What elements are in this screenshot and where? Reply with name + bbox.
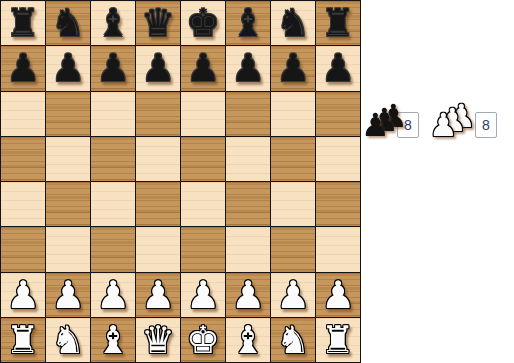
square-a6[interactable] [1, 92, 45, 136]
square-a8[interactable]: ♜ [1, 1, 45, 45]
square-c1[interactable]: ♝ [91, 318, 135, 362]
square-b2[interactable]: ♟ [46, 273, 90, 317]
square-e8[interactable]: ♚ [181, 1, 225, 45]
piece-white-bishop-c1[interactable]: ♝ [96, 321, 130, 359]
square-a7[interactable]: ♟ [1, 46, 45, 90]
piece-black-rook-a8[interactable]: ♜ [6, 4, 40, 42]
square-b8[interactable]: ♞ [46, 1, 90, 45]
piece-white-king-e1[interactable]: ♚ [186, 321, 220, 359]
square-b5[interactable] [46, 137, 90, 181]
white-pawns-cluster-icon: ♟ ♟ ♟ [429, 100, 471, 152]
square-c3[interactable] [91, 227, 135, 271]
square-c6[interactable] [91, 92, 135, 136]
piece-black-pawn-g7[interactable]: ♟ [276, 49, 310, 87]
piece-white-pawn-h2[interactable]: ♟ [321, 276, 355, 314]
square-b3[interactable] [46, 227, 90, 271]
piece-black-pawn-c7[interactable]: ♟ [96, 49, 130, 87]
white-pawn-count-value: 8 [482, 117, 490, 133]
square-a4[interactable] [1, 182, 45, 226]
square-h7[interactable]: ♟ [316, 46, 360, 90]
square-d2[interactable]: ♟ [136, 273, 180, 317]
piece-white-pawn-g2[interactable]: ♟ [276, 276, 310, 314]
square-h5[interactable] [316, 137, 360, 181]
piece-black-pawn-h7[interactable]: ♟ [321, 49, 355, 87]
piece-black-pawn-e7[interactable]: ♟ [186, 49, 220, 87]
square-d3[interactable] [136, 227, 180, 271]
square-f3[interactable] [226, 227, 270, 271]
square-e5[interactable] [181, 137, 225, 181]
piece-black-knight-g8[interactable]: ♞ [276, 4, 310, 42]
square-f4[interactable] [226, 182, 270, 226]
square-h4[interactable] [316, 182, 360, 226]
piece-black-bishop-f8[interactable]: ♝ [231, 4, 265, 42]
square-h6[interactable] [316, 92, 360, 136]
square-f7[interactable]: ♟ [226, 46, 270, 90]
piece-white-queen-d1[interactable]: ♛ [141, 321, 175, 359]
piece-white-rook-a1[interactable]: ♜ [6, 321, 40, 359]
square-e4[interactable] [181, 182, 225, 226]
square-a1[interactable]: ♜ [1, 318, 45, 362]
piece-black-bishop-c8[interactable]: ♝ [96, 4, 130, 42]
square-e7[interactable]: ♟ [181, 46, 225, 90]
piece-black-pawn-a7[interactable]: ♟ [6, 49, 40, 87]
piece-black-pawn-b7[interactable]: ♟ [51, 49, 85, 87]
piece-white-knight-g1[interactable]: ♞ [276, 321, 310, 359]
square-c7[interactable]: ♟ [91, 46, 135, 90]
square-h1[interactable]: ♜ [316, 318, 360, 362]
white-pawn-count-field[interactable]: 8 [475, 112, 497, 138]
square-h2[interactable]: ♟ [316, 273, 360, 317]
square-e3[interactable] [181, 227, 225, 271]
square-c5[interactable] [91, 137, 135, 181]
square-g1[interactable]: ♞ [271, 318, 315, 362]
square-g3[interactable] [271, 227, 315, 271]
piece-white-pawn-e2[interactable]: ♟ [186, 276, 220, 314]
square-e2[interactable]: ♟ [181, 273, 225, 317]
square-d6[interactable] [136, 92, 180, 136]
piece-black-pawn-f7[interactable]: ♟ [231, 49, 265, 87]
piece-black-pawn-d7[interactable]: ♟ [141, 49, 175, 87]
piece-white-pawn-d2[interactable]: ♟ [141, 276, 175, 314]
square-d4[interactable] [136, 182, 180, 226]
piece-white-rook-h1[interactable]: ♜ [321, 321, 355, 359]
square-b7[interactable]: ♟ [46, 46, 90, 90]
square-f5[interactable] [226, 137, 270, 181]
black-pawns-cluster-icon: ♟ ♟ ♟ [361, 100, 403, 152]
piece-black-rook-h8[interactable]: ♜ [321, 4, 355, 42]
square-g4[interactable] [271, 182, 315, 226]
square-d7[interactable]: ♟ [136, 46, 180, 90]
square-c4[interactable] [91, 182, 135, 226]
square-c2[interactable]: ♟ [91, 273, 135, 317]
piece-white-pawn-a2[interactable]: ♟ [6, 276, 40, 314]
square-a3[interactable] [1, 227, 45, 271]
square-f1[interactable]: ♝ [226, 318, 270, 362]
chess-app-window: ♜♞♝♛♚♝♞♜♟♟♟♟♟♟♟♟♟♟♟♟♟♟♟♟♜♞♝♛♚♝♞♜ ♟ ♟ ♟ 8… [0, 0, 514, 363]
square-a2[interactable]: ♟ [1, 273, 45, 317]
square-g7[interactable]: ♟ [271, 46, 315, 90]
square-b6[interactable] [46, 92, 90, 136]
square-d5[interactable] [136, 137, 180, 181]
square-g8[interactable]: ♞ [271, 1, 315, 45]
square-b1[interactable]: ♞ [46, 318, 90, 362]
square-c8[interactable]: ♝ [91, 1, 135, 45]
piece-black-king-e8[interactable]: ♚ [186, 4, 220, 42]
square-h3[interactable] [316, 227, 360, 271]
square-h8[interactable]: ♜ [316, 1, 360, 45]
square-e6[interactable] [181, 92, 225, 136]
square-g6[interactable] [271, 92, 315, 136]
piece-black-knight-b8[interactable]: ♞ [51, 4, 85, 42]
white-pawn-icon: ♟ [429, 109, 458, 141]
square-f6[interactable] [226, 92, 270, 136]
piece-white-pawn-b2[interactable]: ♟ [51, 276, 85, 314]
piece-white-pawn-c2[interactable]: ♟ [96, 276, 130, 314]
square-a5[interactable] [1, 137, 45, 181]
square-d1[interactable]: ♛ [136, 318, 180, 362]
square-f2[interactable]: ♟ [226, 273, 270, 317]
piece-white-knight-b1[interactable]: ♞ [51, 321, 85, 359]
black-pawn-icon: ♟ [361, 109, 390, 141]
square-e1[interactable]: ♚ [181, 318, 225, 362]
square-d8[interactable]: ♛ [136, 1, 180, 45]
square-g2[interactable]: ♟ [271, 273, 315, 317]
piece-white-pawn-f2[interactable]: ♟ [231, 276, 265, 314]
piece-black-queen-d8[interactable]: ♛ [141, 4, 175, 42]
square-f8[interactable]: ♝ [226, 1, 270, 45]
square-g5[interactable] [271, 137, 315, 181]
square-b4[interactable] [46, 182, 90, 226]
piece-white-bishop-f1[interactable]: ♝ [231, 321, 265, 359]
chess-board: ♜♞♝♛♚♝♞♜♟♟♟♟♟♟♟♟♟♟♟♟♟♟♟♟♜♞♝♛♚♝♞♜ [0, 0, 361, 363]
